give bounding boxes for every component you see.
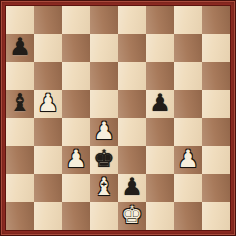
square-h6[interactable] (202, 62, 230, 90)
board-frame: ♟♝♟♟♟♟♚♟♝♟♚ (0, 0, 236, 236)
square-b4[interactable] (34, 118, 62, 146)
square-h3[interactable] (202, 146, 230, 174)
square-g1[interactable] (174, 202, 202, 230)
square-e8[interactable] (118, 6, 146, 34)
square-e4[interactable] (118, 118, 146, 146)
square-h2[interactable] (202, 174, 230, 202)
black-pawn-piece[interactable]: ♟ (121, 175, 143, 199)
black-pawn-piece[interactable]: ♟ (149, 91, 171, 115)
square-c3[interactable]: ♟ (62, 146, 90, 174)
square-f8[interactable] (146, 6, 174, 34)
square-h5[interactable] (202, 90, 230, 118)
square-g5[interactable] (174, 90, 202, 118)
square-d1[interactable] (90, 202, 118, 230)
white-bishop-piece[interactable]: ♝ (93, 175, 115, 199)
square-c5[interactable] (62, 90, 90, 118)
square-h1[interactable] (202, 202, 230, 230)
black-pawn-piece[interactable]: ♟ (9, 35, 31, 59)
square-d2[interactable]: ♝ (90, 174, 118, 202)
square-c1[interactable] (62, 202, 90, 230)
square-g4[interactable] (174, 118, 202, 146)
square-a2[interactable] (6, 174, 34, 202)
square-e3[interactable] (118, 146, 146, 174)
square-f2[interactable] (146, 174, 174, 202)
square-g8[interactable] (174, 6, 202, 34)
square-b3[interactable] (34, 146, 62, 174)
square-g3[interactable]: ♟ (174, 146, 202, 174)
square-a1[interactable] (6, 202, 34, 230)
black-bishop-piece[interactable]: ♝ (9, 91, 31, 115)
square-d5[interactable] (90, 90, 118, 118)
square-a8[interactable] (6, 6, 34, 34)
chess-board: ♟♝♟♟♟♟♚♟♝♟♚ (6, 6, 230, 230)
square-e7[interactable] (118, 34, 146, 62)
square-d4[interactable]: ♟ (90, 118, 118, 146)
square-b8[interactable] (34, 6, 62, 34)
square-c4[interactable] (62, 118, 90, 146)
square-b5[interactable]: ♟ (34, 90, 62, 118)
white-pawn-piece[interactable]: ♟ (177, 147, 199, 171)
white-pawn-piece[interactable]: ♟ (93, 119, 115, 143)
square-a6[interactable] (6, 62, 34, 90)
square-h7[interactable] (202, 34, 230, 62)
square-b2[interactable] (34, 174, 62, 202)
square-a3[interactable] (6, 146, 34, 174)
square-d8[interactable] (90, 6, 118, 34)
square-f4[interactable] (146, 118, 174, 146)
square-g2[interactable] (174, 174, 202, 202)
square-c2[interactable] (62, 174, 90, 202)
square-d3[interactable]: ♚ (90, 146, 118, 174)
square-b6[interactable] (34, 62, 62, 90)
square-f1[interactable] (146, 202, 174, 230)
white-pawn-piece[interactable]: ♟ (65, 147, 87, 171)
square-g6[interactable] (174, 62, 202, 90)
square-a5[interactable]: ♝ (6, 90, 34, 118)
square-f5[interactable]: ♟ (146, 90, 174, 118)
square-e6[interactable] (118, 62, 146, 90)
square-g7[interactable] (174, 34, 202, 62)
white-king-piece[interactable]: ♚ (121, 203, 143, 227)
square-c7[interactable] (62, 34, 90, 62)
square-c6[interactable] (62, 62, 90, 90)
square-e5[interactable] (118, 90, 146, 118)
white-pawn-piece[interactable]: ♟ (37, 91, 59, 115)
square-f3[interactable] (146, 146, 174, 174)
square-b7[interactable] (34, 34, 62, 62)
square-c8[interactable] (62, 6, 90, 34)
square-b1[interactable] (34, 202, 62, 230)
square-e2[interactable]: ♟ (118, 174, 146, 202)
square-f7[interactable] (146, 34, 174, 62)
square-f6[interactable] (146, 62, 174, 90)
square-h4[interactable] (202, 118, 230, 146)
square-h8[interactable] (202, 6, 230, 34)
square-a7[interactable]: ♟ (6, 34, 34, 62)
square-d6[interactable] (90, 62, 118, 90)
square-d7[interactable] (90, 34, 118, 62)
black-king-piece[interactable]: ♚ (93, 147, 115, 171)
square-a4[interactable] (6, 118, 34, 146)
square-e1[interactable]: ♚ (118, 202, 146, 230)
